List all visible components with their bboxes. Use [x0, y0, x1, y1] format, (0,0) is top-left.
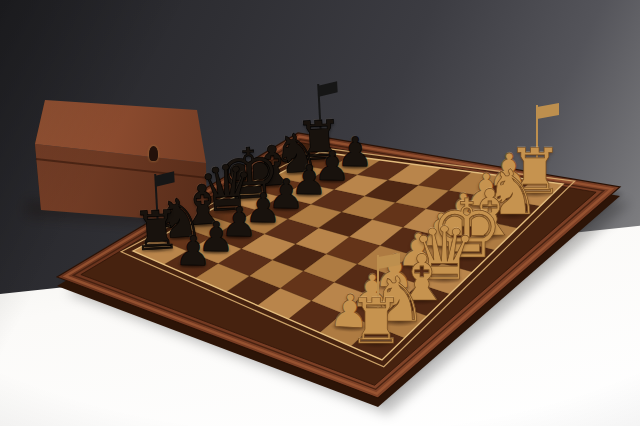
rook-flag-icon: [378, 253, 400, 269]
piece-black-pawn-a7[interactable]: ♟: [152, 183, 235, 272]
rook-glyph: ♜: [314, 291, 439, 353]
pawn-glyph: ♟: [152, 230, 234, 272]
pieces-layer: ♜♟♞♟♝♟♜♟♚♟♟♛♞♟♝♟♝♟♞♟♜♟♚♟♟♛♟♝♟♞♟♜: [0, 0, 640, 426]
piece-white-rook-a1[interactable]: ♜: [314, 219, 439, 350]
scene: ♜♟♞♟♝♟♜♟♚♟♟♛♞♟♝♟♝♟♞♟♜♟♚♟♟♛♟♝♟♞♟♜: [0, 0, 640, 426]
